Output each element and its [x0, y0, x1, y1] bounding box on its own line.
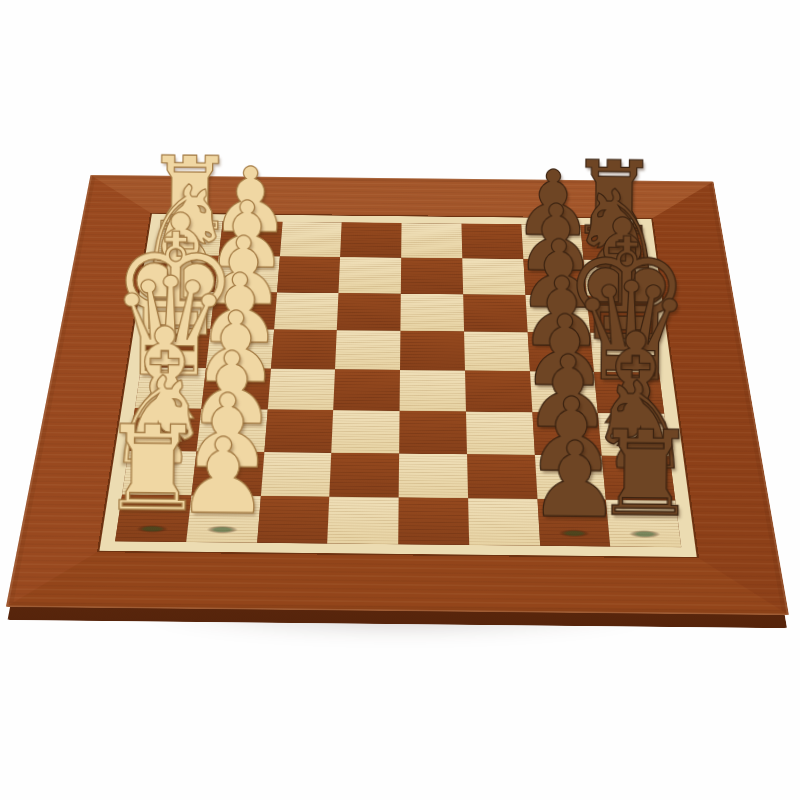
square-r6c4-light[interactable]	[332, 410, 400, 453]
piece-white-pawn[interactable]: ♟	[176, 424, 270, 529]
square-r5c4-dark[interactable]	[333, 369, 400, 410]
square-r1c5-light[interactable]	[401, 223, 462, 258]
square-r4c5-dark[interactable]	[400, 331, 465, 371]
chess-board: ♜♟♟♜♞♟♟♞♝♟♟♝♚♟♟♚♛♟♟♛♝♟♟♝♞♟♟♞♜♟♟♜	[6, 175, 789, 615]
perspective-wrapper: ♜♟♟♜♞♟♟♞♝♟♟♝♚♟♟♚♛♟♟♛♝♟♟♝♞♟♟♞♜♟♟♜	[49, 19, 750, 720]
square-r3c4-dark[interactable]	[337, 293, 401, 331]
square-r5c5-light[interactable]	[400, 370, 466, 411]
square-r1c4-dark[interactable]	[340, 222, 401, 257]
piece-black-rook[interactable]: ♜	[592, 415, 698, 533]
square-r8c2-light[interactable]: ♟	[186, 496, 260, 543]
photo-background: ♜♟♟♜♞♟♟♞♝♟♟♝♚♟♟♚♛♟♟♛♝♟♟♝♞♟♟♞♜♟♟♜	[0, 0, 800, 800]
square-r8c8-light[interactable]: ♜	[606, 500, 681, 547]
square-r6c5-dark[interactable]	[399, 411, 467, 454]
